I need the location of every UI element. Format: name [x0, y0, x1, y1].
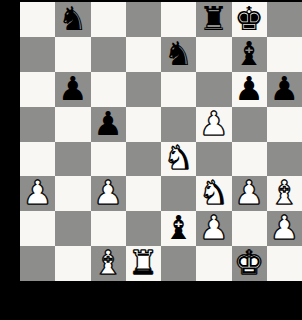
square-g7[interactable]: ♝	[232, 37, 267, 72]
square-c5[interactable]: ♟	[91, 107, 126, 142]
square-g5[interactable]	[232, 107, 267, 142]
square-b7[interactable]	[55, 37, 90, 72]
piece-black-bishop[interactable]: ♝	[234, 37, 264, 70]
square-c3[interactable]: ♟	[91, 176, 126, 211]
square-e3[interactable]	[161, 176, 196, 211]
square-b3[interactable]	[55, 176, 90, 211]
piece-white-bishop[interactable]: ♝	[270, 176, 300, 209]
square-f7[interactable]	[196, 37, 231, 72]
square-f3[interactable]: ♞	[196, 176, 231, 211]
square-d2[interactable]	[126, 211, 161, 246]
piece-black-knight[interactable]: ♞	[164, 37, 194, 70]
piece-white-pawn[interactable]: ♟	[199, 211, 229, 244]
square-c7[interactable]	[91, 37, 126, 72]
square-h8[interactable]	[267, 2, 302, 37]
square-a5[interactable]	[20, 107, 55, 142]
square-h4[interactable]	[267, 142, 302, 177]
square-g3[interactable]: ♟	[232, 176, 267, 211]
piece-white-pawn[interactable]: ♟	[234, 176, 264, 209]
square-d1[interactable]: ♜	[126, 246, 161, 281]
square-g2[interactable]	[232, 211, 267, 246]
square-f5[interactable]: ♟	[196, 107, 231, 142]
piece-black-pawn[interactable]: ♟	[270, 72, 300, 105]
square-f1[interactable]	[196, 246, 231, 281]
square-b4[interactable]	[55, 142, 90, 177]
square-a4[interactable]	[20, 142, 55, 177]
square-a6[interactable]	[20, 72, 55, 107]
square-d4[interactable]	[126, 142, 161, 177]
square-g8[interactable]: ♚	[232, 2, 267, 37]
square-h2[interactable]: ♟	[267, 211, 302, 246]
square-g6[interactable]: ♟	[232, 72, 267, 107]
square-h5[interactable]	[267, 107, 302, 142]
square-c1[interactable]: ♝	[91, 246, 126, 281]
square-c2[interactable]	[91, 211, 126, 246]
piece-white-knight[interactable]: ♞	[164, 142, 194, 175]
piece-black-pawn[interactable]: ♟	[58, 72, 88, 105]
square-d3[interactable]	[126, 176, 161, 211]
square-g1[interactable]: ♚	[232, 246, 267, 281]
square-e5[interactable]	[161, 107, 196, 142]
square-e4[interactable]: ♞	[161, 142, 196, 177]
square-b6[interactable]: ♟	[55, 72, 90, 107]
piece-black-rook[interactable]: ♜	[199, 2, 229, 35]
piece-black-bishop[interactable]: ♝	[164, 211, 194, 244]
piece-white-rook[interactable]: ♜	[129, 246, 159, 279]
piece-white-pawn[interactable]: ♟	[199, 107, 229, 140]
piece-black-king[interactable]: ♚	[234, 2, 264, 35]
piece-black-knight[interactable]: ♞	[58, 2, 88, 35]
square-c6[interactable]	[91, 72, 126, 107]
square-b1[interactable]	[55, 246, 90, 281]
piece-white-pawn[interactable]: ♟	[93, 176, 123, 209]
square-e6[interactable]	[161, 72, 196, 107]
square-c4[interactable]	[91, 142, 126, 177]
square-e7[interactable]: ♞	[161, 37, 196, 72]
square-d7[interactable]	[126, 37, 161, 72]
piece-white-knight[interactable]: ♞	[199, 176, 229, 209]
square-f8[interactable]: ♜	[196, 2, 231, 37]
square-a7[interactable]	[20, 37, 55, 72]
square-h6[interactable]: ♟	[267, 72, 302, 107]
square-a8[interactable]	[20, 2, 55, 37]
square-d8[interactable]	[126, 2, 161, 37]
square-g4[interactable]	[232, 142, 267, 177]
piece-black-pawn[interactable]: ♟	[234, 72, 264, 105]
square-e8[interactable]	[161, 2, 196, 37]
square-h7[interactable]	[267, 37, 302, 72]
piece-white-king[interactable]: ♚	[234, 246, 264, 279]
square-e2[interactable]: ♝	[161, 211, 196, 246]
square-f4[interactable]	[196, 142, 231, 177]
square-c8[interactable]	[91, 2, 126, 37]
square-h1[interactable]	[267, 246, 302, 281]
square-f2[interactable]: ♟	[196, 211, 231, 246]
square-a3[interactable]: ♟	[20, 176, 55, 211]
piece-white-pawn[interactable]: ♟	[23, 176, 53, 209]
piece-black-pawn[interactable]: ♟	[93, 107, 123, 140]
square-b2[interactable]	[55, 211, 90, 246]
square-b5[interactable]	[55, 107, 90, 142]
square-f6[interactable]	[196, 72, 231, 107]
square-h3[interactable]: ♝	[267, 176, 302, 211]
chess-board: ♞♜♚♞♝♟♟♟♟♟♞♟♟♞♟♝♝♟♟♝♜♚	[20, 2, 302, 281]
piece-white-bishop[interactable]: ♝	[93, 246, 123, 279]
square-e1[interactable]	[161, 246, 196, 281]
piece-white-pawn[interactable]: ♟	[270, 211, 300, 244]
square-d6[interactable]	[126, 72, 161, 107]
square-b8[interactable]: ♞	[55, 2, 90, 37]
board-frame: ♞♜♚♞♝♟♟♟♟♟♞♟♟♞♟♝♝♟♟♝♜♚	[0, 0, 302, 320]
square-a1[interactable]	[20, 246, 55, 281]
square-a2[interactable]	[20, 211, 55, 246]
square-d5[interactable]	[126, 107, 161, 142]
